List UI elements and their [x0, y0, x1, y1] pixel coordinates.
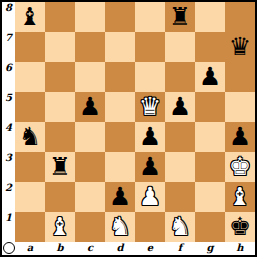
black-pawn[interactable]: ♟ — [135, 152, 165, 182]
square-c5[interactable]: ♟ — [75, 92, 105, 122]
square-h3[interactable]: ♚ — [225, 152, 255, 182]
white-knight[interactable]: ♞ — [165, 212, 195, 242]
black-pawn[interactable]: ♟ — [195, 62, 225, 92]
square-a3[interactable] — [15, 152, 45, 182]
square-e3[interactable]: ♟ — [135, 152, 165, 182]
black-king[interactable]: ♚ — [225, 212, 255, 242]
square-a7[interactable] — [15, 32, 45, 62]
square-b5[interactable] — [45, 92, 75, 122]
rank-label-1: 1 — [2, 212, 15, 242]
black-pawn[interactable]: ♟ — [135, 122, 165, 152]
white-knight[interactable]: ♞ — [105, 212, 135, 242]
square-g6[interactable]: ♟ — [195, 62, 225, 92]
square-c4[interactable] — [75, 122, 105, 152]
square-d7[interactable] — [105, 32, 135, 62]
rank-labels: 87654321 — [2, 2, 15, 242]
square-c6[interactable] — [75, 62, 105, 92]
square-c3[interactable] — [75, 152, 105, 182]
square-a5[interactable] — [15, 92, 45, 122]
square-c1[interactable] — [75, 212, 105, 242]
white-bishop[interactable]: ♝ — [225, 182, 255, 212]
file-label-e: e — [135, 242, 165, 255]
square-f5[interactable]: ♟ — [165, 92, 195, 122]
square-h2[interactable]: ♝ — [225, 182, 255, 212]
square-d4[interactable] — [105, 122, 135, 152]
file-labels: abcdefgh — [15, 242, 255, 255]
square-d1[interactable]: ♞ — [105, 212, 135, 242]
square-b2[interactable] — [45, 182, 75, 212]
black-rook[interactable]: ♜ — [45, 152, 75, 182]
square-g2[interactable] — [195, 182, 225, 212]
square-h7[interactable]: ♛ — [225, 32, 255, 62]
file-label-f: f — [165, 242, 195, 255]
file-label-h: h — [225, 242, 255, 255]
square-f3[interactable] — [165, 152, 195, 182]
square-h1[interactable]: ♚ — [225, 212, 255, 242]
rank-label-7: 7 — [2, 32, 15, 62]
square-d5[interactable] — [105, 92, 135, 122]
square-h5[interactable] — [225, 92, 255, 122]
square-f4[interactable] — [165, 122, 195, 152]
file-label-b: b — [45, 242, 75, 255]
square-a4[interactable]: ♞ — [15, 122, 45, 152]
file-label-d: d — [105, 242, 135, 255]
square-g4[interactable] — [195, 122, 225, 152]
square-g7[interactable] — [195, 32, 225, 62]
rank-label-6: 6 — [2, 62, 15, 92]
square-f8[interactable]: ♜ — [165, 2, 195, 32]
square-a1[interactable] — [15, 212, 45, 242]
square-b1[interactable]: ♝ — [45, 212, 75, 242]
square-g5[interactable] — [195, 92, 225, 122]
black-pawn[interactable]: ♟ — [105, 182, 135, 212]
rank-label-4: 4 — [2, 122, 15, 152]
chess-board[interactable]: ♝♜♛♟♟♛♟♞♟♟♜♟♚♟♟♝♝♞♞♚ — [15, 2, 255, 242]
square-e1[interactable] — [135, 212, 165, 242]
square-e6[interactable] — [135, 62, 165, 92]
square-e8[interactable] — [135, 2, 165, 32]
chess-diagram: 87654321 ♝♜♛♟♟♛♟♞♟♟♜♟♚♟♟♝♝♞♞♚ abcdefgh — [0, 0, 257, 257]
black-knight[interactable]: ♞ — [15, 122, 45, 152]
square-e7[interactable] — [135, 32, 165, 62]
square-b7[interactable] — [45, 32, 75, 62]
file-label-g: g — [195, 242, 225, 255]
square-h4[interactable]: ♟ — [225, 122, 255, 152]
square-e5[interactable]: ♛ — [135, 92, 165, 122]
rank-label-2: 2 — [2, 182, 15, 212]
diagram-inner: 87654321 ♝♜♛♟♟♛♟♞♟♟♜♟♚♟♟♝♝♞♞♚ abcdefgh — [2, 2, 255, 255]
square-b3[interactable]: ♜ — [45, 152, 75, 182]
rank-label-5: 5 — [2, 92, 15, 122]
rank-label-8: 8 — [2, 2, 15, 32]
square-h8[interactable] — [225, 2, 255, 32]
white-bishop[interactable]: ♝ — [45, 212, 75, 242]
square-d2[interactable]: ♟ — [105, 182, 135, 212]
black-rook[interactable]: ♜ — [165, 2, 195, 32]
square-c2[interactable] — [75, 182, 105, 212]
square-b8[interactable] — [45, 2, 75, 32]
corner-cell — [2, 242, 15, 255]
square-g8[interactable] — [195, 2, 225, 32]
rank-label-3: 3 — [2, 152, 15, 182]
square-a6[interactable] — [15, 62, 45, 92]
black-pawn[interactable]: ♟ — [75, 92, 105, 122]
square-h6[interactable] — [225, 62, 255, 92]
white-queen[interactable]: ♛ — [135, 92, 165, 122]
square-a2[interactable] — [15, 182, 45, 212]
square-g1[interactable] — [195, 212, 225, 242]
white-to-move-indicator — [3, 242, 15, 254]
black-bishop[interactable]: ♝ — [15, 2, 45, 32]
file-label-c: c — [75, 242, 105, 255]
square-b6[interactable] — [45, 62, 75, 92]
square-g3[interactable] — [195, 152, 225, 182]
square-a8[interactable]: ♝ — [15, 2, 45, 32]
square-d6[interactable] — [105, 62, 135, 92]
square-f7[interactable] — [165, 32, 195, 62]
square-e2[interactable]: ♟ — [135, 182, 165, 212]
white-pawn[interactable]: ♟ — [135, 182, 165, 212]
white-king[interactable]: ♚ — [225, 152, 255, 182]
square-e4[interactable]: ♟ — [135, 122, 165, 152]
square-c8[interactable] — [75, 2, 105, 32]
square-d3[interactable] — [105, 152, 135, 182]
square-c7[interactable] — [75, 32, 105, 62]
square-f6[interactable] — [165, 62, 195, 92]
square-f2[interactable] — [165, 182, 195, 212]
file-label-a: a — [15, 242, 45, 255]
square-f1[interactable]: ♞ — [165, 212, 195, 242]
square-b4[interactable] — [45, 122, 75, 152]
square-d8[interactable] — [105, 2, 135, 32]
black-pawn[interactable]: ♟ — [165, 92, 195, 122]
black-pawn[interactable]: ♟ — [225, 122, 255, 152]
black-queen[interactable]: ♛ — [225, 32, 255, 62]
